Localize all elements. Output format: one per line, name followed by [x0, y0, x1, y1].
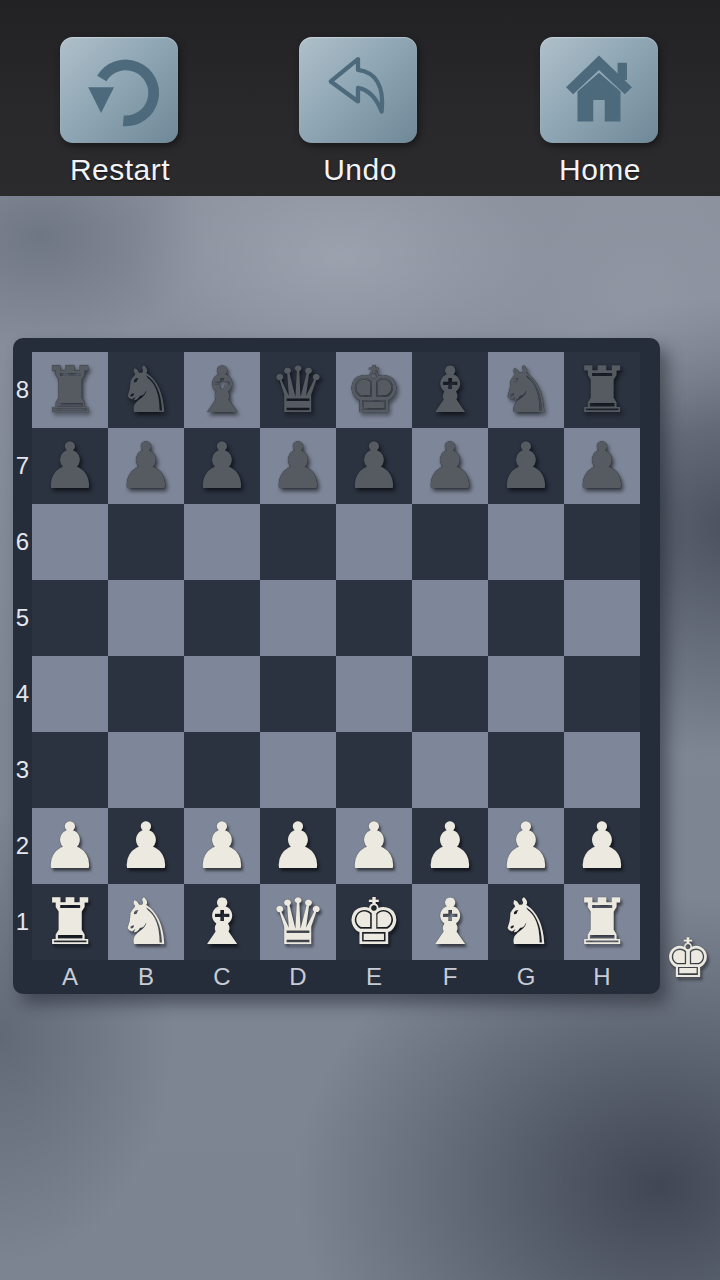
white-king: ♚	[345, 884, 402, 960]
black-pawn: ♟	[573, 428, 630, 504]
white-pawn: ♟	[117, 808, 174, 884]
square-b8[interactable]: ♞	[108, 352, 184, 428]
black-bishop: ♝	[421, 352, 478, 428]
white-pawn: ♟	[41, 808, 98, 884]
square-h8[interactable]: ♜	[564, 352, 640, 428]
square-g7[interactable]: ♟	[488, 428, 564, 504]
square-c7[interactable]: ♟	[184, 428, 260, 504]
square-a6[interactable]	[32, 504, 108, 580]
rank-label-8: 8	[13, 352, 32, 428]
black-bishop: ♝	[193, 352, 250, 428]
square-c8[interactable]: ♝	[184, 352, 260, 428]
rank-labels: 87654321	[13, 352, 32, 960]
square-a2[interactable]: ♟	[32, 808, 108, 884]
restart-button[interactable]	[60, 37, 178, 143]
square-c1[interactable]: ♝	[184, 884, 260, 960]
white-pawn: ♟	[421, 808, 478, 884]
square-g1[interactable]: ♞	[488, 884, 564, 960]
black-king: ♚	[345, 352, 402, 428]
square-a4[interactable]	[32, 656, 108, 732]
square-b3[interactable]	[108, 732, 184, 808]
square-b6[interactable]	[108, 504, 184, 580]
square-d1[interactable]: ♛	[260, 884, 336, 960]
file-label-f: F	[412, 962, 488, 992]
square-c5[interactable]	[184, 580, 260, 656]
file-labels: ABCDEFGH	[32, 962, 640, 992]
square-e5[interactable]	[336, 580, 412, 656]
square-f2[interactable]: ♟	[412, 808, 488, 884]
square-f5[interactable]	[412, 580, 488, 656]
square-c3[interactable]	[184, 732, 260, 808]
black-queen: ♛	[269, 352, 326, 428]
square-h7[interactable]: ♟	[564, 428, 640, 504]
white-bishop: ♝	[193, 884, 250, 960]
square-f3[interactable]	[412, 732, 488, 808]
square-d8[interactable]: ♛	[260, 352, 336, 428]
square-h3[interactable]	[564, 732, 640, 808]
white-rook: ♜	[41, 884, 98, 960]
file-label-b: B	[108, 962, 184, 992]
square-b1[interactable]: ♞	[108, 884, 184, 960]
white-knight: ♞	[497, 884, 554, 960]
black-pawn: ♟	[117, 428, 174, 504]
restart-icon	[76, 47, 162, 133]
white-queen: ♛	[269, 884, 326, 960]
white-rook: ♜	[573, 884, 630, 960]
square-f4[interactable]	[412, 656, 488, 732]
square-f1[interactable]: ♝	[412, 884, 488, 960]
square-f8[interactable]: ♝	[412, 352, 488, 428]
board-squares: ♜♞♝♛♚♝♞♜♟♟♟♟♟♟♟♟♟♟♟♟♟♟♟♟♜♞♝♛♚♝♞♜	[32, 352, 640, 960]
square-h4[interactable]	[564, 656, 640, 732]
square-f7[interactable]: ♟	[412, 428, 488, 504]
square-h5[interactable]	[564, 580, 640, 656]
square-d3[interactable]	[260, 732, 336, 808]
square-g4[interactable]	[488, 656, 564, 732]
restart-button-label: Restart	[20, 153, 220, 187]
square-b5[interactable]	[108, 580, 184, 656]
square-a3[interactable]	[32, 732, 108, 808]
black-pawn: ♟	[345, 428, 402, 504]
undo-button-label: Undo	[260, 153, 460, 187]
square-e7[interactable]: ♟	[336, 428, 412, 504]
white-pawn: ♟	[345, 808, 402, 884]
square-e3[interactable]	[336, 732, 412, 808]
black-pawn: ♟	[269, 428, 326, 504]
square-e8[interactable]: ♚	[336, 352, 412, 428]
square-e1[interactable]: ♚	[336, 884, 412, 960]
black-knight: ♞	[117, 352, 174, 428]
square-g3[interactable]	[488, 732, 564, 808]
file-label-e: E	[336, 962, 412, 992]
square-h1[interactable]: ♜	[564, 884, 640, 960]
square-a5[interactable]	[32, 580, 108, 656]
turn-indicator-white-king: ♚	[658, 922, 718, 994]
file-label-d: D	[260, 962, 336, 992]
white-pawn: ♟	[573, 808, 630, 884]
square-d2[interactable]: ♟	[260, 808, 336, 884]
home-button-label: Home	[500, 153, 700, 187]
white-bishop: ♝	[421, 884, 478, 960]
square-b7[interactable]: ♟	[108, 428, 184, 504]
square-b4[interactable]	[108, 656, 184, 732]
white-pawn: ♟	[193, 808, 250, 884]
square-d7[interactable]: ♟	[260, 428, 336, 504]
black-pawn: ♟	[497, 428, 554, 504]
square-d6[interactable]	[260, 504, 336, 580]
square-c6[interactable]	[184, 504, 260, 580]
square-a8[interactable]: ♜	[32, 352, 108, 428]
rank-label-7: 7	[13, 428, 32, 504]
undo-button[interactable]	[299, 37, 417, 143]
file-label-a: A	[32, 962, 108, 992]
square-e2[interactable]: ♟	[336, 808, 412, 884]
rank-label-3: 3	[13, 732, 32, 808]
square-b2[interactable]: ♟	[108, 808, 184, 884]
square-a7[interactable]: ♟	[32, 428, 108, 504]
rank-label-6: 6	[13, 504, 32, 580]
toolbar: Restart Undo Home	[0, 0, 720, 196]
square-g2[interactable]: ♟	[488, 808, 564, 884]
square-d5[interactable]	[260, 580, 336, 656]
white-knight: ♞	[117, 884, 174, 960]
file-label-h: H	[564, 962, 640, 992]
file-label-c: C	[184, 962, 260, 992]
square-g8[interactable]: ♞	[488, 352, 564, 428]
square-g6[interactable]	[488, 504, 564, 580]
square-e6[interactable]	[336, 504, 412, 580]
black-rook: ♜	[573, 352, 630, 428]
file-label-g: G	[488, 962, 564, 992]
square-c4[interactable]	[184, 656, 260, 732]
square-h2[interactable]: ♟	[564, 808, 640, 884]
square-e4[interactable]	[336, 656, 412, 732]
undo-icon	[315, 47, 401, 133]
rank-label-4: 4	[13, 656, 32, 732]
white-pawn: ♟	[497, 808, 554, 884]
rank-label-5: 5	[13, 580, 32, 656]
chess-board: 87654321 ♜♞♝♛♚♝♞♜♟♟♟♟♟♟♟♟♟♟♟♟♟♟♟♟♜♞♝♛♚♝♞…	[13, 338, 660, 994]
white-pawn: ♟	[269, 808, 326, 884]
square-c2[interactable]: ♟	[184, 808, 260, 884]
rank-label-2: 2	[13, 808, 32, 884]
square-d4[interactable]	[260, 656, 336, 732]
chess-app-screen: Restart Undo Home 87654321 ♜♞♝♛♚♝♞♜♟♟♟♟♟…	[0, 0, 720, 1280]
home-button[interactable]	[540, 37, 658, 143]
black-rook: ♜	[41, 352, 98, 428]
square-g5[interactable]	[488, 580, 564, 656]
black-pawn: ♟	[421, 428, 478, 504]
black-knight: ♞	[497, 352, 554, 428]
square-f6[interactable]	[412, 504, 488, 580]
square-a1[interactable]: ♜	[32, 884, 108, 960]
square-h6[interactable]	[564, 504, 640, 580]
black-pawn: ♟	[41, 428, 98, 504]
home-icon	[556, 47, 642, 133]
rank-label-1: 1	[13, 884, 32, 960]
black-pawn: ♟	[193, 428, 250, 504]
